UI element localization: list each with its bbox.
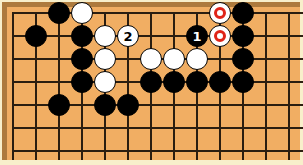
move-number-label: 2: [123, 30, 132, 43]
black-stone: [71, 48, 93, 70]
black-stone: [232, 2, 254, 24]
white-stone: [186, 48, 208, 70]
white-stone: [71, 2, 93, 24]
white-stone: [140, 48, 162, 70]
go-diagram: 21: [0, 0, 303, 165]
black-stone: [163, 71, 185, 93]
grid-line-horizontal: [12, 127, 303, 129]
black-stone: [186, 71, 208, 93]
black-stone: [209, 71, 231, 93]
black-stone: [94, 94, 116, 116]
white-stone: [94, 48, 116, 70]
black-stone: [71, 25, 93, 47]
white-stone: [163, 48, 185, 70]
circle-mark-icon: [214, 30, 226, 42]
white-stone-circled: [209, 2, 231, 24]
black-stone: [232, 25, 254, 47]
grid-line-horizontal: [12, 35, 303, 37]
black-stone: [232, 48, 254, 70]
black-stone: [48, 2, 70, 24]
circle-mark-icon: [214, 7, 226, 19]
white-stone-circled: [209, 25, 231, 47]
black-stone: [25, 25, 47, 47]
black-stone: 1: [186, 25, 208, 47]
black-stone: [48, 94, 70, 116]
black-stone: [117, 94, 139, 116]
black-stone: [232, 71, 254, 93]
black-stone: [71, 71, 93, 93]
white-stone: [94, 25, 116, 47]
white-stone: 2: [117, 25, 139, 47]
move-number-label: 1: [192, 30, 201, 43]
black-stone: [140, 71, 162, 93]
white-stone: [94, 71, 116, 93]
grid-line-horizontal: [12, 150, 303, 152]
